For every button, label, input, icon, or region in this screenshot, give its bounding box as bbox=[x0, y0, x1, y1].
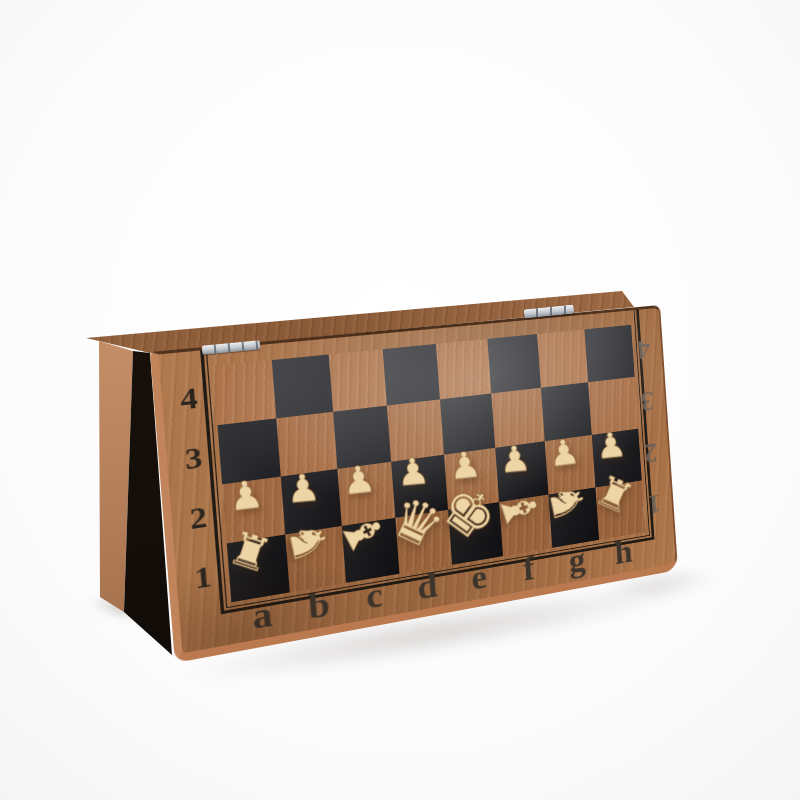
square-b2 bbox=[281, 469, 342, 535]
square-f4 bbox=[487, 334, 540, 393]
square-e3 bbox=[440, 393, 495, 454]
rank-label-left-2: 2 bbox=[169, 484, 226, 551]
square-b3 bbox=[276, 412, 337, 477]
square-a4 bbox=[213, 360, 276, 425]
file-label-f: f bbox=[502, 542, 554, 599]
square-b4 bbox=[271, 355, 332, 419]
square-d4 bbox=[383, 344, 440, 406]
square-f2 bbox=[495, 441, 548, 502]
square-a2 bbox=[222, 477, 285, 544]
square-e4 bbox=[436, 339, 491, 399]
rank-label-left-1: 1 bbox=[174, 543, 231, 611]
rank-label-right-2: 2 bbox=[630, 425, 669, 482]
square-c2 bbox=[337, 462, 396, 526]
square-g3 bbox=[540, 382, 592, 441]
file-label-b: b bbox=[289, 577, 349, 638]
floor-shadow-left bbox=[87, 592, 161, 624]
rank-label-right-1: 1 bbox=[634, 476, 673, 533]
square-c3 bbox=[333, 406, 392, 470]
rank-label-left-3: 3 bbox=[165, 425, 222, 491]
rank-label-left-4: 4 bbox=[160, 366, 218, 431]
square-e2 bbox=[444, 448, 499, 510]
file-label-h: h bbox=[599, 527, 648, 582]
square-f3 bbox=[491, 388, 544, 448]
square-d3 bbox=[387, 399, 444, 461]
file-label-d: d bbox=[399, 559, 455, 618]
square-a3 bbox=[217, 418, 280, 484]
file-label-e: e bbox=[452, 551, 506, 609]
square-d2 bbox=[391, 455, 448, 518]
rank-label-right-3: 3 bbox=[627, 374, 667, 430]
rank-label-right-4: 4 bbox=[623, 322, 663, 378]
file-label-g: g bbox=[551, 534, 602, 590]
file-label-a: a bbox=[231, 586, 293, 648]
square-g4 bbox=[537, 329, 589, 387]
square-g2 bbox=[544, 435, 595, 495]
square-c4 bbox=[328, 349, 387, 412]
file-label-c: c bbox=[345, 568, 403, 628]
product-photo-scene: 4321 4321 abcdefgh ♟♟♟♟♟♟♟♟♜♞♝♛♚♝♞♜ bbox=[0, 0, 800, 800]
board-face: 4321 4321 abcdefgh bbox=[150, 305, 678, 663]
